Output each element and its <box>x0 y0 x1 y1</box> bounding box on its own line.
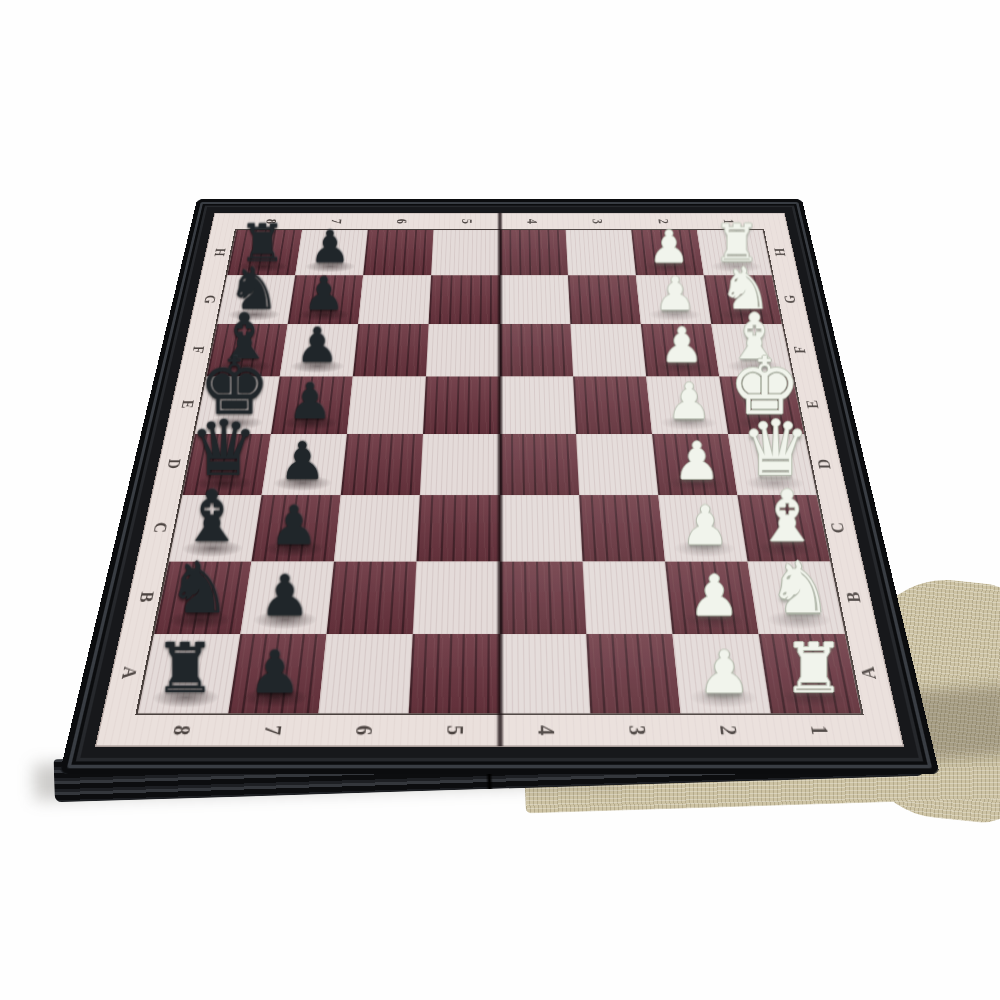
fold-seam <box>495 213 503 747</box>
square-a6[interactable] <box>319 634 413 713</box>
piece-black-pawn[interactable]: ♟ <box>260 568 311 624</box>
piece-black-rook[interactable]: ♜ <box>154 634 215 702</box>
rank-label: 7 <box>258 725 284 735</box>
piece-white-pawn[interactable]: ♟ <box>654 272 695 318</box>
piece-black-pawn[interactable]: ♟ <box>288 376 333 426</box>
square-a7[interactable]: ♟ <box>228 634 326 713</box>
piece-white-pawn[interactable]: ♟ <box>698 643 751 702</box>
rank-label: 6 <box>350 725 376 735</box>
piece-black-pawn[interactable]: ♟ <box>310 225 350 270</box>
square-c5[interactable] <box>417 495 500 562</box>
square-c6[interactable] <box>334 495 420 562</box>
square-d7[interactable]: ♟ <box>262 434 347 495</box>
square-d5[interactable] <box>420 434 499 495</box>
square-b8[interactable]: ♞ <box>154 561 251 634</box>
square-d6[interactable] <box>341 434 423 495</box>
piece-black-pawn[interactable]: ♟ <box>249 643 302 702</box>
square-e6[interactable] <box>347 377 426 434</box>
rank-labels-bottom: 87654321 <box>131 714 867 745</box>
piece-white-pawn[interactable]: ♟ <box>681 498 729 552</box>
square-c7[interactable]: ♟ <box>252 495 341 562</box>
rank-label: 5 <box>458 219 475 224</box>
square-a8[interactable]: ♜ <box>138 634 240 713</box>
piece-white-knight[interactable]: ♞ <box>768 553 832 624</box>
square-b7[interactable]: ♟ <box>241 561 335 634</box>
photo-background: HGFEDCBA HGFEDCBA 87654321 87654321 ♜♟♟♜… <box>0 0 1000 1000</box>
board-frame: HGFEDCBA HGFEDCBA 87654321 87654321 ♜♟♟♜… <box>59 199 939 774</box>
piece-black-knight[interactable]: ♞ <box>167 553 231 624</box>
file-label: C <box>149 522 173 533</box>
piece-white-pawn[interactable]: ♟ <box>673 435 719 487</box>
square-h5[interactable] <box>431 230 499 276</box>
board-scene: HGFEDCBA HGFEDCBA 87654321 87654321 ♜♟♟♜… <box>59 199 939 774</box>
piece-white-bishop[interactable]: ♝ <box>755 481 819 552</box>
square-e5[interactable] <box>423 377 499 434</box>
square-g6[interactable] <box>358 275 431 324</box>
square-e7[interactable]: ♟ <box>271 377 353 434</box>
piece-white-pawn[interactable]: ♟ <box>689 568 740 624</box>
file-label: A <box>116 666 142 679</box>
square-f7[interactable]: ♟ <box>280 324 359 377</box>
file-label: D <box>163 459 186 469</box>
square-f5[interactable] <box>426 324 499 377</box>
piece-white-pawn[interactable]: ♟ <box>649 225 689 270</box>
rank-label: 8 <box>167 725 194 735</box>
piece-black-pawn[interactable]: ♟ <box>296 322 339 370</box>
piece-black-bishop[interactable]: ♝ <box>180 481 244 552</box>
piece-white-pawn[interactable]: ♟ <box>660 322 703 370</box>
square-f6[interactable] <box>353 324 429 377</box>
rank-label: 6 <box>393 219 411 224</box>
file-label: H <box>209 248 228 256</box>
square-b5[interactable] <box>413 561 499 634</box>
piece-white-pawn[interactable]: ♟ <box>667 376 712 426</box>
board-border: HGFEDCBA HGFEDCBA 87654321 87654321 ♜♟♟♜… <box>95 213 904 747</box>
square-h6[interactable] <box>363 230 433 276</box>
rank-label: 5 <box>441 725 466 735</box>
square-a5[interactable] <box>409 634 499 713</box>
square-b6[interactable] <box>327 561 417 634</box>
piece-black-pawn[interactable]: ♟ <box>303 272 344 318</box>
piece-black-pawn[interactable]: ♟ <box>270 498 318 552</box>
piece-white-rook[interactable]: ♜ <box>783 634 844 702</box>
file-label: B <box>133 591 157 602</box>
square-g5[interactable] <box>429 275 500 324</box>
piece-black-pawn[interactable]: ♟ <box>279 435 325 487</box>
